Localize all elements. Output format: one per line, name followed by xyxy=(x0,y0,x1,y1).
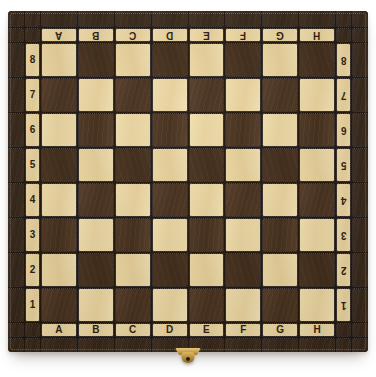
square-b4 xyxy=(79,184,113,216)
rank-label-right-4: 4 xyxy=(337,184,350,216)
square-g1 xyxy=(263,289,297,321)
square-c4 xyxy=(116,184,150,216)
label-ring-corner xyxy=(26,29,39,41)
rank-label-left-5: 5 xyxy=(26,149,39,181)
rank-label-right-7: 7 xyxy=(337,79,350,111)
frame-segment xyxy=(79,11,113,26)
coordinate-text: H xyxy=(313,30,320,40)
frame-segment xyxy=(8,324,23,336)
square-g8 xyxy=(263,44,297,76)
square-a5 xyxy=(42,149,76,181)
frame-segment xyxy=(353,339,368,352)
coordinate-text: 8 xyxy=(30,55,36,65)
square-h6 xyxy=(300,114,334,146)
square-h7 xyxy=(300,79,334,111)
square-f8 xyxy=(226,44,260,76)
coordinate-text: 1 xyxy=(341,300,347,310)
rank-label-right-2: 2 xyxy=(337,254,350,286)
square-f1 xyxy=(226,289,260,321)
rank-label-right-5: 5 xyxy=(337,149,350,181)
square-f7 xyxy=(226,79,260,111)
frame-segment xyxy=(353,79,368,111)
square-e3 xyxy=(190,219,224,251)
frame-segment xyxy=(353,254,368,286)
square-d6 xyxy=(153,114,187,146)
square-e2 xyxy=(190,254,224,286)
square-g6 xyxy=(263,114,297,146)
square-c5 xyxy=(116,149,150,181)
frame-segment xyxy=(226,11,260,26)
rank-label-left-4: 4 xyxy=(26,184,39,216)
file-label-top-f: F xyxy=(226,29,260,41)
clasp-hole xyxy=(186,357,190,361)
square-d3 xyxy=(153,219,187,251)
frame-segment xyxy=(353,11,368,26)
file-label-bottom-a: A xyxy=(42,324,76,336)
frame-segment xyxy=(8,29,23,41)
frame-segment xyxy=(8,44,23,76)
label-ring-corner xyxy=(337,324,350,336)
rank-label-right-6: 6 xyxy=(337,114,350,146)
rank-label-left-2: 2 xyxy=(26,254,39,286)
square-b8 xyxy=(79,44,113,76)
square-g7 xyxy=(263,79,297,111)
square-g3 xyxy=(263,219,297,251)
square-e7 xyxy=(190,79,224,111)
coordinate-text: 2 xyxy=(30,265,36,275)
frame-segment xyxy=(300,11,334,26)
coordinate-text: 4 xyxy=(341,195,347,205)
frame-segment xyxy=(353,44,368,76)
frame-segment xyxy=(8,11,23,26)
coordinate-text: B xyxy=(92,30,99,40)
coordinate-text: 7 xyxy=(341,90,347,100)
coordinate-text: C xyxy=(129,325,136,335)
frame-segment xyxy=(226,339,260,352)
board-grid: ABCDEFGH8877665544332211ABCDEFGH xyxy=(8,11,368,352)
square-a1 xyxy=(42,289,76,321)
file-label-bottom-d: D xyxy=(153,324,187,336)
chess-board: ABCDEFGH8877665544332211ABCDEFGH xyxy=(8,11,368,352)
coordinate-text: D xyxy=(166,325,173,335)
photo-canvas: ABCDEFGH8877665544332211ABCDEFGH xyxy=(0,0,376,377)
coordinate-text: E xyxy=(203,30,210,40)
coordinate-text: C xyxy=(129,30,136,40)
rank-label-left-1: 1 xyxy=(26,289,39,321)
coordinate-text: B xyxy=(92,325,99,335)
square-a8 xyxy=(42,44,76,76)
file-label-top-c: C xyxy=(116,29,150,41)
rank-label-left-3: 3 xyxy=(26,219,39,251)
coordinate-text: H xyxy=(313,325,320,335)
coordinate-text: G xyxy=(276,325,284,335)
coordinate-text: 5 xyxy=(30,160,36,170)
rank-label-right-1: 1 xyxy=(337,289,350,321)
frame-segment xyxy=(26,11,39,26)
square-d4 xyxy=(153,184,187,216)
square-c7 xyxy=(116,79,150,111)
frame-segment xyxy=(8,184,23,216)
coordinate-text: 3 xyxy=(30,230,36,240)
frame-segment xyxy=(353,114,368,146)
frame-segment xyxy=(263,11,297,26)
coordinate-text: 5 xyxy=(341,160,347,170)
square-h1 xyxy=(300,289,334,321)
coordinate-text: A xyxy=(55,325,62,335)
rank-label-left-7: 7 xyxy=(26,79,39,111)
square-h3 xyxy=(300,219,334,251)
file-label-top-h: H xyxy=(300,29,334,41)
square-f3 xyxy=(226,219,260,251)
frame-segment xyxy=(190,11,224,26)
square-f5 xyxy=(226,149,260,181)
file-label-top-d: D xyxy=(153,29,187,41)
coordinate-text: 3 xyxy=(341,230,347,240)
square-h8 xyxy=(300,44,334,76)
frame-segment xyxy=(353,184,368,216)
square-b1 xyxy=(79,289,113,321)
rank-label-left-8: 8 xyxy=(26,44,39,76)
coordinate-text: 8 xyxy=(341,55,347,65)
coordinate-text: 6 xyxy=(30,125,36,135)
frame-segment xyxy=(42,11,76,26)
square-f6 xyxy=(226,114,260,146)
square-e4 xyxy=(190,184,224,216)
square-g5 xyxy=(263,149,297,181)
frame-segment xyxy=(353,149,368,181)
square-d7 xyxy=(153,79,187,111)
file-label-bottom-h: H xyxy=(300,324,334,336)
square-a2 xyxy=(42,254,76,286)
rank-label-left-6: 6 xyxy=(26,114,39,146)
frame-segment xyxy=(337,339,350,352)
frame-segment xyxy=(353,219,368,251)
frame-segment xyxy=(8,219,23,251)
frame-segment xyxy=(116,339,150,352)
coordinate-text: 2 xyxy=(341,265,347,275)
square-d2 xyxy=(153,254,187,286)
square-f4 xyxy=(226,184,260,216)
square-a6 xyxy=(42,114,76,146)
file-label-top-g: G xyxy=(263,29,297,41)
square-b2 xyxy=(79,254,113,286)
file-label-bottom-g: G xyxy=(263,324,297,336)
square-c8 xyxy=(116,44,150,76)
square-h4 xyxy=(300,184,334,216)
coordinate-text: F xyxy=(240,325,246,335)
square-e1 xyxy=(190,289,224,321)
square-h5 xyxy=(300,149,334,181)
frame-segment xyxy=(8,339,23,352)
square-f2 xyxy=(226,254,260,286)
coordinate-text: E xyxy=(203,325,210,335)
file-label-top-e: E xyxy=(190,29,224,41)
square-b7 xyxy=(79,79,113,111)
file-label-bottom-b: B xyxy=(79,324,113,336)
frame-segment xyxy=(42,339,76,352)
frame-segment xyxy=(353,29,368,41)
frame-segment xyxy=(353,289,368,321)
brass-clasp xyxy=(173,348,203,365)
frame-segment xyxy=(263,339,297,352)
coordinate-text: 4 xyxy=(30,195,36,205)
square-b3 xyxy=(79,219,113,251)
rank-label-right-3: 3 xyxy=(337,219,350,251)
square-e6 xyxy=(190,114,224,146)
file-label-bottom-e: E xyxy=(190,324,224,336)
square-h2 xyxy=(300,254,334,286)
frame-segment xyxy=(26,339,39,352)
square-c3 xyxy=(116,219,150,251)
label-ring-corner xyxy=(337,29,350,41)
frame-segment xyxy=(8,114,23,146)
square-c2 xyxy=(116,254,150,286)
coordinate-text: A xyxy=(55,30,62,40)
square-c6 xyxy=(116,114,150,146)
frame-segment xyxy=(8,149,23,181)
file-label-top-b: B xyxy=(79,29,113,41)
frame-segment xyxy=(337,11,350,26)
frame-segment xyxy=(79,339,113,352)
square-b5 xyxy=(79,149,113,181)
coordinate-text: 6 xyxy=(341,125,347,135)
coordinate-text: 1 xyxy=(30,300,36,310)
square-a7 xyxy=(42,79,76,111)
square-d8 xyxy=(153,44,187,76)
frame-segment xyxy=(300,339,334,352)
frame-segment xyxy=(8,289,23,321)
frame-segment xyxy=(8,254,23,286)
square-g2 xyxy=(263,254,297,286)
file-label-bottom-c: C xyxy=(116,324,150,336)
coordinate-text: 7 xyxy=(30,90,36,100)
square-a4 xyxy=(42,184,76,216)
frame-segment xyxy=(116,11,150,26)
square-b6 xyxy=(79,114,113,146)
frame-segment xyxy=(153,11,187,26)
frame-segment xyxy=(8,79,23,111)
square-e8 xyxy=(190,44,224,76)
coordinate-text: F xyxy=(240,30,246,40)
frame-segment xyxy=(353,324,368,336)
label-ring-corner xyxy=(26,324,39,336)
square-d1 xyxy=(153,289,187,321)
coordinate-text: G xyxy=(276,30,284,40)
file-label-bottom-f: F xyxy=(226,324,260,336)
rank-label-right-8: 8 xyxy=(337,44,350,76)
square-e5 xyxy=(190,149,224,181)
square-c1 xyxy=(116,289,150,321)
file-label-top-a: A xyxy=(42,29,76,41)
square-d5 xyxy=(153,149,187,181)
coordinate-text: D xyxy=(166,30,173,40)
square-g4 xyxy=(263,184,297,216)
square-a3 xyxy=(42,219,76,251)
